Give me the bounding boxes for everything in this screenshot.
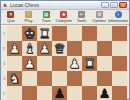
toolbar-label: Information bbox=[108, 18, 128, 23]
square-g3[interactable]: ♟ bbox=[22, 56, 37, 71]
square-e3[interactable] bbox=[52, 56, 67, 71]
square-d3[interactable]: ♟ bbox=[67, 56, 82, 71]
black-pawn[interactable]: ♟ bbox=[97, 86, 112, 100]
square-c3[interactable]: ♜ bbox=[82, 56, 97, 71]
information-icon: i bbox=[115, 11, 122, 18]
square-g1[interactable]: ♚ bbox=[22, 26, 37, 41]
square-c5[interactable] bbox=[82, 86, 97, 100]
toolbar-item-train[interactable]: ▦Train bbox=[37, 11, 55, 23]
square-b4[interactable] bbox=[97, 71, 112, 86]
compete-icon: ★ bbox=[60, 11, 67, 18]
black-pawn[interactable]: ♟ bbox=[52, 86, 67, 100]
minimize-button[interactable]: – bbox=[101, 2, 109, 8]
toolbar-item-compete[interactable]: ★Compete bbox=[55, 11, 73, 23]
square-b1[interactable] bbox=[97, 26, 112, 41]
white-knight[interactable]: ♞ bbox=[7, 71, 22, 86]
close-button[interactable]: ✕ bbox=[119, 2, 127, 8]
options-icon: ⚙ bbox=[96, 11, 103, 18]
toolbar-label: Train bbox=[42, 18, 51, 23]
play-icon: ♘ bbox=[25, 11, 32, 18]
square-h1[interactable] bbox=[7, 26, 22, 41]
square-b3[interactable] bbox=[97, 56, 112, 71]
white-king[interactable]: ♚ bbox=[22, 26, 37, 41]
white-rook[interactable]: ♜ bbox=[82, 56, 97, 71]
square-g5[interactable] bbox=[22, 86, 37, 100]
square-a1[interactable] bbox=[112, 26, 127, 41]
square-d5[interactable] bbox=[67, 86, 82, 100]
white-pawn[interactable]: ♟ bbox=[22, 56, 37, 71]
toolbar-item-options[interactable]: ⚙Options bbox=[90, 11, 108, 23]
square-d1[interactable] bbox=[67, 26, 82, 41]
square-f3[interactable] bbox=[37, 56, 52, 71]
toolbar-item-information[interactable]: iInformation bbox=[108, 11, 128, 23]
square-g2[interactable]: ♝ bbox=[22, 41, 37, 56]
main-toolbar: ✕Quit♘Play▦Train★Compete✂Tools⚙OptionsiI… bbox=[1, 10, 129, 25]
toolbar-label: Tools bbox=[77, 18, 86, 23]
square-g4[interactable] bbox=[22, 71, 37, 86]
white-pawn[interactable]: ♟ bbox=[37, 41, 52, 56]
title-bar: ♞ Lucas Chess – ▢ ✕ bbox=[1, 1, 129, 10]
square-c4[interactable] bbox=[82, 71, 97, 86]
square-c2[interactable] bbox=[82, 41, 97, 56]
quit-icon: ✕ bbox=[7, 11, 14, 18]
window-controls: – ▢ ✕ bbox=[101, 2, 127, 8]
toolbar-item-quit[interactable]: ✕Quit bbox=[2, 11, 20, 23]
white-pawn[interactable]: ♟ bbox=[67, 56, 82, 71]
square-f4[interactable] bbox=[37, 71, 52, 86]
square-h2[interactable]: ♟ bbox=[7, 41, 22, 56]
square-e4[interactable] bbox=[52, 71, 67, 86]
square-f5[interactable] bbox=[37, 86, 52, 100]
white-queen[interactable]: ♛ bbox=[52, 41, 67, 56]
toolbar-label: Options bbox=[92, 18, 106, 23]
toolbar-label: Quit bbox=[7, 18, 14, 23]
chess-board: ♚♜♟♝♟♛♟♟♜♞♟♟ bbox=[7, 26, 127, 100]
tools-icon: ✂ bbox=[78, 11, 85, 18]
toolbar-label: Play bbox=[25, 18, 33, 23]
toolbar-label: Compete bbox=[56, 18, 72, 23]
square-f2[interactable]: ♟ bbox=[37, 41, 52, 56]
square-h4[interactable]: ♞ bbox=[7, 71, 22, 86]
maximize-button[interactable]: ▢ bbox=[110, 2, 118, 8]
square-c1[interactable] bbox=[82, 26, 97, 41]
app-window: ♞ Lucas Chess – ▢ ✕ ✕Quit♘Play▦Train★Com… bbox=[0, 0, 130, 100]
train-icon: ▦ bbox=[43, 11, 50, 18]
board-area: 12345 ♚♜♟♝♟♛♟♟♜♞♟♟ bbox=[1, 26, 127, 100]
square-e5[interactable]: ♟ bbox=[52, 86, 67, 100]
square-a2[interactable] bbox=[112, 41, 127, 56]
square-d4[interactable] bbox=[67, 71, 82, 86]
square-a5[interactable] bbox=[112, 86, 127, 100]
square-e2[interactable]: ♛ bbox=[52, 41, 67, 56]
app-icon: ♞ bbox=[3, 3, 8, 8]
toolbar-item-tools[interactable]: ✂Tools bbox=[73, 11, 91, 23]
square-a4[interactable] bbox=[112, 71, 127, 86]
square-b2[interactable] bbox=[97, 41, 112, 56]
square-f1[interactable]: ♜ bbox=[37, 26, 52, 41]
square-h5[interactable] bbox=[7, 86, 22, 100]
square-a3[interactable] bbox=[112, 56, 127, 71]
square-h3[interactable] bbox=[7, 56, 22, 71]
white-pawn[interactable]: ♟ bbox=[7, 41, 22, 56]
white-bishop[interactable]: ♝ bbox=[22, 41, 37, 56]
square-b5[interactable]: ♟ bbox=[97, 86, 112, 100]
square-d2[interactable] bbox=[67, 41, 82, 56]
square-e1[interactable] bbox=[52, 26, 67, 41]
toolbar-item-play[interactable]: ♘Play bbox=[20, 11, 38, 23]
white-rook[interactable]: ♜ bbox=[37, 26, 52, 41]
window-title: Lucas Chess bbox=[10, 2, 101, 8]
